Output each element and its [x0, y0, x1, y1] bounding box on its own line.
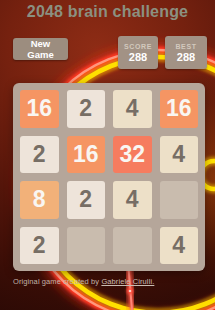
- tile-2: 2: [20, 227, 59, 265]
- board-grid[interactable]: 16241621632482424: [13, 83, 205, 271]
- tile-4: 4: [160, 136, 199, 174]
- score-box: SCORE 288: [118, 36, 158, 69]
- credit-text: Original game created by: [13, 277, 101, 286]
- app-window: 2048 brain challenge New Game SCORE 288 …: [0, 0, 215, 310]
- tile-2: 2: [67, 181, 106, 219]
- empty-cell: [67, 227, 106, 265]
- score-label: SCORE: [124, 43, 152, 50]
- tile-16: 16: [20, 90, 59, 128]
- empty-cell: [160, 181, 199, 219]
- credit-link[interactable]: Gabriele Cirulli.: [101, 277, 154, 286]
- best-box: BEST 288: [165, 36, 207, 69]
- tile-16: 16: [67, 136, 106, 174]
- tile-4: 4: [113, 90, 152, 128]
- credit-line: Original game created by Gabriele Cirull…: [13, 277, 154, 286]
- best-label: BEST: [175, 43, 196, 50]
- score-value: 288: [129, 51, 147, 63]
- new-game-button[interactable]: New Game: [13, 38, 68, 60]
- tile-4: 4: [160, 227, 199, 265]
- tile-4: 4: [113, 181, 152, 219]
- empty-cell: [113, 227, 152, 265]
- tile-2: 2: [67, 90, 106, 128]
- tile-32: 32: [113, 136, 152, 174]
- tile-2: 2: [20, 136, 59, 174]
- page-title: 2048 brain challenge: [0, 3, 215, 21]
- tile-16: 16: [160, 90, 199, 128]
- tile-8: 8: [20, 181, 59, 219]
- best-value: 288: [177, 51, 195, 63]
